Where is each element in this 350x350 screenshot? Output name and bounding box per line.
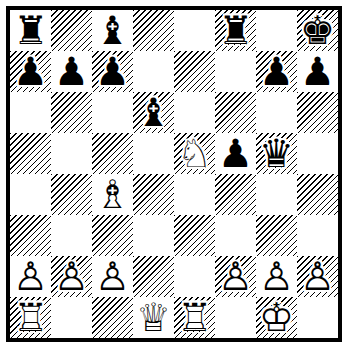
pawn-icon: ♟ <box>256 51 297 92</box>
square-g1[interactable]: ♚♔ <box>256 297 297 338</box>
square-f8[interactable]: ♜♜ <box>215 10 256 51</box>
square-d3[interactable] <box>133 215 174 256</box>
pawn-icon: ♙ <box>10 256 51 297</box>
square-c6[interactable] <box>92 92 133 133</box>
piece-black-pawn[interactable]: ♟♟ <box>92 51 133 92</box>
square-c5[interactable] <box>92 133 133 174</box>
square-h4[interactable] <box>297 174 338 215</box>
piece-black-bishop[interactable]: ♝♝ <box>92 10 133 51</box>
piece-black-rook[interactable]: ♜♜ <box>215 10 256 51</box>
piece-white-pawn[interactable]: ♟♙ <box>92 256 133 297</box>
rook-icon: ♜ <box>10 10 51 51</box>
square-b6[interactable] <box>51 92 92 133</box>
square-d1[interactable]: ♛♕ <box>133 297 174 338</box>
square-f4[interactable] <box>215 174 256 215</box>
square-d6[interactable]: ♝♝ <box>133 92 174 133</box>
square-d5[interactable] <box>133 133 174 174</box>
square-h2[interactable]: ♟♙ <box>297 256 338 297</box>
square-h1[interactable] <box>297 297 338 338</box>
square-c7[interactable]: ♟♟ <box>92 51 133 92</box>
square-g3[interactable] <box>256 215 297 256</box>
queen-icon: ♕ <box>133 297 174 338</box>
square-h8[interactable]: ♚♚ <box>297 10 338 51</box>
square-c8[interactable]: ♝♝ <box>92 10 133 51</box>
square-b3[interactable] <box>51 215 92 256</box>
square-d7[interactable] <box>133 51 174 92</box>
piece-black-pawn[interactable]: ♟♟ <box>215 133 256 174</box>
piece-white-pawn[interactable]: ♟♙ <box>256 256 297 297</box>
piece-white-rook[interactable]: ♜♖ <box>174 297 215 338</box>
square-e7[interactable] <box>174 51 215 92</box>
chess-diagram-frame: ♜♜♝♝♜♜♚♚♟♟♟♟♟♟♟♟♟♟♝♝♞♘♟♟♛♛♝♗♟♙♟♙♟♙♟♙♟♙♟♙… <box>6 6 342 342</box>
square-a7[interactable]: ♟♟ <box>10 51 51 92</box>
piece-white-king[interactable]: ♚♔ <box>256 297 297 338</box>
square-b1[interactable] <box>51 297 92 338</box>
square-a2[interactable]: ♟♙ <box>10 256 51 297</box>
square-f5[interactable]: ♟♟ <box>215 133 256 174</box>
square-d2[interactable] <box>133 256 174 297</box>
piece-black-pawn[interactable]: ♟♟ <box>10 51 51 92</box>
rook-icon: ♖ <box>10 297 51 338</box>
square-e3[interactable] <box>174 215 215 256</box>
square-a4[interactable] <box>10 174 51 215</box>
square-e6[interactable] <box>174 92 215 133</box>
square-b7[interactable]: ♟♟ <box>51 51 92 92</box>
piece-white-pawn[interactable]: ♟♙ <box>10 256 51 297</box>
square-e8[interactable] <box>174 10 215 51</box>
chess-board: ♜♜♝♝♜♜♚♚♟♟♟♟♟♟♟♟♟♟♝♝♞♘♟♟♛♛♝♗♟♙♟♙♟♙♟♙♟♙♟♙… <box>10 10 338 338</box>
square-d4[interactable] <box>133 174 174 215</box>
square-g6[interactable] <box>256 92 297 133</box>
square-b8[interactable] <box>51 10 92 51</box>
pawn-icon: ♙ <box>297 256 338 297</box>
piece-black-queen[interactable]: ♛♛ <box>256 133 297 174</box>
piece-white-queen[interactable]: ♛♕ <box>133 297 174 338</box>
pawn-icon: ♙ <box>215 256 256 297</box>
square-f2[interactable]: ♟♙ <box>215 256 256 297</box>
square-e4[interactable] <box>174 174 215 215</box>
square-e5[interactable]: ♞♘ <box>174 133 215 174</box>
king-icon: ♔ <box>256 297 297 338</box>
square-h5[interactable] <box>297 133 338 174</box>
rook-icon: ♖ <box>174 297 215 338</box>
pawn-icon: ♟ <box>297 51 338 92</box>
square-c3[interactable] <box>92 215 133 256</box>
square-d8[interactable] <box>133 10 174 51</box>
square-b4[interactable] <box>51 174 92 215</box>
piece-black-pawn[interactable]: ♟♟ <box>297 51 338 92</box>
square-a6[interactable] <box>10 92 51 133</box>
square-a5[interactable] <box>10 133 51 174</box>
piece-white-pawn[interactable]: ♟♙ <box>51 256 92 297</box>
piece-white-knight[interactable]: ♞♘ <box>174 133 215 174</box>
piece-white-bishop[interactable]: ♝♗ <box>92 174 133 215</box>
piece-black-rook[interactable]: ♜♜ <box>10 10 51 51</box>
bishop-icon: ♝ <box>133 92 174 133</box>
queen-icon: ♛ <box>256 133 297 174</box>
square-f6[interactable] <box>215 92 256 133</box>
square-h6[interactable] <box>297 92 338 133</box>
piece-black-bishop[interactable]: ♝♝ <box>133 92 174 133</box>
bishop-icon: ♗ <box>92 174 133 215</box>
king-icon: ♚ <box>297 10 338 51</box>
square-f1[interactable] <box>215 297 256 338</box>
piece-white-pawn[interactable]: ♟♙ <box>215 256 256 297</box>
square-g2[interactable]: ♟♙ <box>256 256 297 297</box>
square-b5[interactable] <box>51 133 92 174</box>
knight-icon: ♘ <box>174 133 215 174</box>
square-a8[interactable]: ♜♜ <box>10 10 51 51</box>
bishop-icon: ♝ <box>92 10 133 51</box>
pawn-icon: ♙ <box>92 256 133 297</box>
pawn-icon: ♙ <box>256 256 297 297</box>
square-h3[interactable] <box>297 215 338 256</box>
square-f3[interactable] <box>215 215 256 256</box>
square-g5[interactable]: ♛♛ <box>256 133 297 174</box>
pawn-icon: ♙ <box>51 256 92 297</box>
square-g4[interactable] <box>256 174 297 215</box>
pawn-icon: ♟ <box>10 51 51 92</box>
square-g7[interactable]: ♟♟ <box>256 51 297 92</box>
square-f7[interactable] <box>215 51 256 92</box>
rook-icon: ♜ <box>215 10 256 51</box>
square-c4[interactable]: ♝♗ <box>92 174 133 215</box>
square-e2[interactable] <box>174 256 215 297</box>
square-g8[interactable] <box>256 10 297 51</box>
pawn-icon: ♟ <box>215 133 256 174</box>
pawn-icon: ♟ <box>92 51 133 92</box>
piece-white-rook[interactable]: ♜♖ <box>10 297 51 338</box>
square-a1[interactable]: ♜♖ <box>10 297 51 338</box>
square-e1[interactable]: ♜♖ <box>174 297 215 338</box>
pawn-icon: ♟ <box>51 51 92 92</box>
piece-white-pawn[interactable]: ♟♙ <box>297 256 338 297</box>
piece-black-pawn[interactable]: ♟♟ <box>51 51 92 92</box>
piece-black-king[interactable]: ♚♚ <box>297 10 338 51</box>
square-c1[interactable] <box>92 297 133 338</box>
square-c2[interactable]: ♟♙ <box>92 256 133 297</box>
square-h7[interactable]: ♟♟ <box>297 51 338 92</box>
square-b2[interactable]: ♟♙ <box>51 256 92 297</box>
square-a3[interactable] <box>10 215 51 256</box>
piece-black-pawn[interactable]: ♟♟ <box>256 51 297 92</box>
